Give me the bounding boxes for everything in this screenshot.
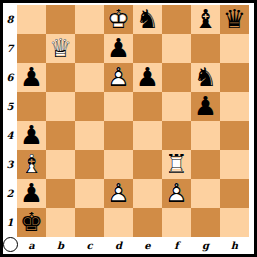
file-label-h: h <box>220 237 249 253</box>
square-d1[interactable] <box>104 208 133 237</box>
white-bishop-outline: ♗︎ <box>20 150 43 179</box>
rank-label-3: 3 <box>3 150 17 179</box>
square-f7[interactable] <box>162 34 191 63</box>
white-pawn-outline: ♙︎ <box>107 179 130 208</box>
piece-black-knight: ♞︎ <box>194 63 217 92</box>
piece-white-king: ♚︎♔︎ <box>107 5 130 34</box>
piece-black-pawn: ♟︎ <box>136 63 159 92</box>
piece-black-pawn: ♟︎ <box>194 92 217 121</box>
file-label-a: a <box>17 237 46 253</box>
square-e6[interactable]: ♟︎ <box>133 63 162 92</box>
square-c1[interactable] <box>75 208 104 237</box>
piece-black-pawn: ♟︎ <box>20 179 43 208</box>
square-f8[interactable] <box>162 5 191 34</box>
square-e4[interactable] <box>133 121 162 150</box>
square-e5[interactable] <box>133 92 162 121</box>
square-e2[interactable] <box>133 179 162 208</box>
square-b7[interactable]: ♛︎♕︎ <box>46 34 75 63</box>
square-c8[interactable] <box>75 5 104 34</box>
square-d8[interactable]: ♚︎♔︎ <box>104 5 133 34</box>
square-d4[interactable] <box>104 121 133 150</box>
piece-black-queen: ♛︎ <box>223 5 246 34</box>
white-pawn-outline: ♙︎ <box>107 63 130 92</box>
file-label-c: c <box>75 237 104 253</box>
chess-board: ♚︎♔︎♞︎♝︎♛︎♛︎♕︎♟︎♟︎♟︎♙︎♟︎♞︎♟︎♟︎♝︎♗︎♜︎♖︎♟︎… <box>17 5 249 237</box>
square-f5[interactable] <box>162 92 191 121</box>
square-b1[interactable] <box>46 208 75 237</box>
piece-white-pawn: ♟︎♙︎ <box>107 179 130 208</box>
piece-white-pawn: ♟︎♙︎ <box>107 63 130 92</box>
square-g8[interactable]: ♝︎ <box>191 5 220 34</box>
file-labels: abcdefgh <box>17 237 249 253</box>
square-g6[interactable]: ♞︎ <box>191 63 220 92</box>
rank-label-1: 1 <box>3 208 17 237</box>
piece-white-queen: ♛︎♕︎ <box>49 34 72 63</box>
square-b6[interactable] <box>46 63 75 92</box>
rank-labels: 87654321 <box>3 5 17 237</box>
white-rook-outline: ♖︎ <box>165 150 188 179</box>
square-h8[interactable]: ♛︎ <box>220 5 249 34</box>
piece-black-pawn: ♟︎ <box>20 63 43 92</box>
square-f6[interactable] <box>162 63 191 92</box>
rank-label-5: 5 <box>3 92 17 121</box>
piece-white-rook: ♜︎♖︎ <box>165 150 188 179</box>
white-king-outline: ♔︎ <box>107 5 130 34</box>
square-c7[interactable] <box>75 34 104 63</box>
piece-black-pawn: ♟︎ <box>20 121 43 150</box>
square-d7[interactable]: ♟︎ <box>104 34 133 63</box>
square-f1[interactable] <box>162 208 191 237</box>
square-h7[interactable] <box>220 34 249 63</box>
square-a8[interactable] <box>17 5 46 34</box>
square-c6[interactable] <box>75 63 104 92</box>
square-b3[interactable] <box>46 150 75 179</box>
piece-white-pawn: ♟︎♙︎ <box>165 179 188 208</box>
rank-label-4: 4 <box>3 121 17 150</box>
square-a3[interactable]: ♝︎♗︎ <box>17 150 46 179</box>
piece-black-king: ♚︎ <box>20 208 43 237</box>
square-g5[interactable]: ♟︎ <box>191 92 220 121</box>
file-label-f: f <box>162 237 191 253</box>
square-a5[interactable] <box>17 92 46 121</box>
square-e3[interactable] <box>133 150 162 179</box>
piece-black-pawn: ♟︎ <box>107 34 130 63</box>
square-c3[interactable] <box>75 150 104 179</box>
square-h4[interactable] <box>220 121 249 150</box>
square-d3[interactable] <box>104 150 133 179</box>
white-queen-outline: ♕︎ <box>49 34 72 63</box>
rank-label-2: 2 <box>3 179 17 208</box>
square-g4[interactable] <box>191 121 220 150</box>
square-c4[interactable] <box>75 121 104 150</box>
square-g3[interactable] <box>191 150 220 179</box>
square-b4[interactable] <box>46 121 75 150</box>
square-f3[interactable]: ♜︎♖︎ <box>162 150 191 179</box>
square-d6[interactable]: ♟︎♙︎ <box>104 63 133 92</box>
square-b5[interactable] <box>46 92 75 121</box>
square-h6[interactable] <box>220 63 249 92</box>
rank-label-6: 6 <box>3 63 17 92</box>
square-d5[interactable] <box>104 92 133 121</box>
square-d2[interactable]: ♟︎♙︎ <box>104 179 133 208</box>
rank-label-8: 8 <box>3 5 17 34</box>
square-c2[interactable] <box>75 179 104 208</box>
piece-black-knight: ♞︎ <box>136 5 159 34</box>
square-h3[interactable] <box>220 150 249 179</box>
square-b2[interactable] <box>46 179 75 208</box>
piece-white-bishop: ♝︎♗︎ <box>20 150 43 179</box>
square-a6[interactable]: ♟︎ <box>17 63 46 92</box>
square-e7[interactable] <box>133 34 162 63</box>
file-label-e: e <box>133 237 162 253</box>
square-a1[interactable]: ♚︎ <box>17 208 46 237</box>
square-a7[interactable] <box>17 34 46 63</box>
piece-black-bishop: ♝︎ <box>194 5 217 34</box>
file-label-b: b <box>46 237 75 253</box>
square-g2[interactable] <box>191 179 220 208</box>
square-c5[interactable] <box>75 92 104 121</box>
file-label-d: d <box>104 237 133 253</box>
square-f4[interactable] <box>162 121 191 150</box>
chess-diagram: 87654321 ♚︎♔︎♞︎♝︎♛︎♛︎♕︎♟︎♟︎♟︎♙︎♟︎♞︎♟︎♟︎♝… <box>0 0 257 257</box>
white-to-move-indicator <box>3 237 18 252</box>
square-g7[interactable] <box>191 34 220 63</box>
square-b8[interactable] <box>46 5 75 34</box>
file-label-g: g <box>191 237 220 253</box>
square-f2[interactable]: ♟︎♙︎ <box>162 179 191 208</box>
square-a2[interactable]: ♟︎ <box>17 179 46 208</box>
rank-label-7: 7 <box>3 34 17 63</box>
square-a4[interactable]: ♟︎ <box>17 121 46 150</box>
square-h5[interactable] <box>220 92 249 121</box>
white-pawn-outline: ♙︎ <box>165 179 188 208</box>
square-e1[interactable] <box>133 208 162 237</box>
square-e8[interactable]: ♞︎ <box>133 5 162 34</box>
square-h1[interactable] <box>220 208 249 237</box>
square-h2[interactable] <box>220 179 249 208</box>
square-g1[interactable] <box>191 208 220 237</box>
